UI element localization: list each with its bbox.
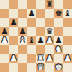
chess-board: ♜♟♚♝♟♟♟♛♟♝♝♟♟♟♞♟♜♟♟♛♚ [0, 0, 72, 72]
square-g8[interactable] [54, 0, 63, 9]
black-bishop: ♝ [28, 36, 36, 45]
square-f2[interactable]: ♟ [45, 54, 54, 63]
square-h2[interactable]: ♟ [63, 54, 72, 63]
square-b7[interactable] [9, 9, 18, 18]
square-h8[interactable] [63, 0, 72, 9]
square-e6[interactable] [36, 18, 45, 27]
square-f8[interactable]: ♜ [45, 0, 54, 9]
square-g3[interactable]: ♞ [54, 45, 63, 54]
white-pawn: ♟ [10, 54, 18, 63]
square-d3[interactable] [27, 45, 36, 54]
white-knight: ♞ [55, 45, 63, 54]
square-g5[interactable] [54, 27, 63, 36]
square-b6[interactable]: ♟ [9, 18, 18, 27]
square-b1[interactable] [9, 63, 18, 72]
square-c8[interactable] [18, 0, 27, 9]
square-a4[interactable]: ♟ [0, 36, 9, 45]
square-h7[interactable]: ♝ [63, 9, 72, 18]
square-h6[interactable] [63, 18, 72, 27]
square-a5[interactable]: ♟ [0, 27, 9, 36]
black-king: ♚ [55, 9, 63, 18]
square-a6[interactable] [0, 18, 9, 27]
black-pawn: ♟ [19, 27, 27, 36]
square-g6[interactable] [54, 18, 63, 27]
square-f3[interactable] [45, 45, 54, 54]
black-queen: ♛ [46, 27, 54, 36]
square-c5[interactable]: ♟ [18, 27, 27, 36]
square-a2[interactable] [0, 54, 9, 63]
square-d1[interactable] [27, 63, 36, 72]
square-e1[interactable]: ♛ [36, 63, 45, 72]
white-pawn: ♟ [46, 54, 54, 63]
square-c2[interactable] [18, 54, 27, 63]
black-pawn: ♟ [28, 9, 36, 18]
square-d6[interactable] [27, 18, 36, 27]
square-d5[interactable] [27, 27, 36, 36]
square-e4[interactable]: ♟ [36, 36, 45, 45]
square-b8[interactable] [9, 0, 18, 9]
square-h4[interactable] [63, 36, 72, 45]
square-e2[interactable]: ♜ [36, 54, 45, 63]
square-b5[interactable] [9, 27, 18, 36]
square-d2[interactable] [27, 54, 36, 63]
square-b4[interactable] [9, 36, 18, 45]
square-f1[interactable] [45, 63, 54, 72]
black-pawn: ♟ [1, 27, 9, 36]
square-a3[interactable] [0, 45, 9, 54]
white-rook: ♜ [37, 54, 45, 63]
square-g2[interactable] [54, 54, 63, 63]
square-f4[interactable]: ♟ [45, 36, 54, 45]
square-d4[interactable]: ♝ [27, 36, 36, 45]
square-h3[interactable] [63, 45, 72, 54]
square-e7[interactable] [36, 9, 45, 18]
square-g7[interactable]: ♚ [54, 9, 63, 18]
square-c1[interactable] [18, 63, 27, 72]
white-bishop: ♝ [19, 36, 27, 45]
square-g4[interactable]: ♟ [54, 36, 63, 45]
square-c4[interactable]: ♝ [18, 36, 27, 45]
square-c7[interactable] [18, 9, 27, 18]
square-h5[interactable] [63, 27, 72, 36]
square-b3[interactable] [9, 45, 18, 54]
black-pawn: ♟ [55, 36, 63, 45]
square-e5[interactable] [36, 27, 45, 36]
square-d8[interactable] [27, 0, 36, 9]
black-pawn: ♟ [37, 36, 45, 45]
square-e8[interactable] [36, 0, 45, 9]
square-c3[interactable] [18, 45, 27, 54]
square-c6[interactable] [18, 18, 27, 27]
square-h1[interactable] [63, 63, 72, 72]
square-e3[interactable] [36, 45, 45, 54]
white-pawn: ♟ [46, 36, 54, 45]
white-king: ♚ [55, 63, 63, 72]
square-f7[interactable] [45, 9, 54, 18]
square-f6[interactable] [45, 18, 54, 27]
square-a1[interactable] [0, 63, 9, 72]
square-a7[interactable] [0, 9, 9, 18]
black-pawn: ♟ [10, 18, 18, 27]
square-a8[interactable] [0, 0, 9, 9]
square-f5[interactable]: ♛ [45, 27, 54, 36]
square-b2[interactable]: ♟ [9, 54, 18, 63]
black-bishop: ♝ [64, 9, 72, 18]
black-rook: ♜ [46, 0, 54, 9]
square-g1[interactable]: ♚ [54, 63, 63, 72]
square-d7[interactable]: ♟ [27, 9, 36, 18]
white-pawn: ♟ [1, 36, 9, 45]
white-pawn: ♟ [64, 54, 72, 63]
white-queen: ♛ [37, 63, 45, 72]
